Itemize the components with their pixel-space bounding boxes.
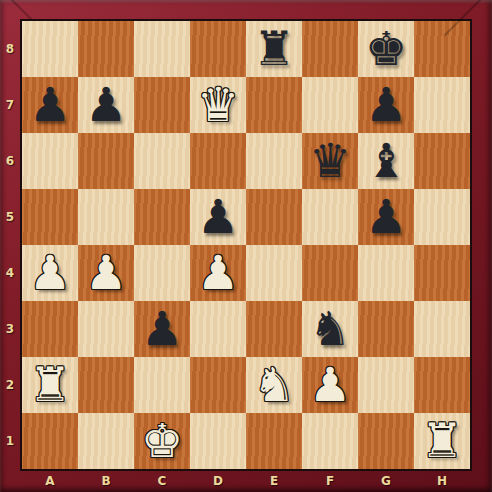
square-b5[interactable]: [78, 189, 134, 245]
piece-black-rook[interactable]: ♜: [253, 25, 295, 72]
square-d6[interactable]: [190, 133, 246, 189]
square-a3[interactable]: [22, 301, 78, 357]
rank-label-5: 5: [0, 189, 20, 245]
piece-white-king[interactable]: ♚: [141, 417, 183, 464]
piece-white-queen[interactable]: ♛: [197, 81, 239, 128]
file-label-g: G: [358, 470, 414, 492]
square-h3[interactable]: [414, 301, 470, 357]
piece-white-pawn[interactable]: ♟: [197, 249, 239, 296]
file-label-a: A: [22, 470, 78, 492]
square-c7[interactable]: [134, 77, 190, 133]
file-label-c: C: [134, 470, 190, 492]
file-label-e: E: [246, 470, 302, 492]
square-g7[interactable]: ♟: [358, 77, 414, 133]
square-e6[interactable]: [246, 133, 302, 189]
square-h8[interactable]: [414, 21, 470, 77]
file-label-d: D: [190, 470, 246, 492]
piece-black-pawn[interactable]: ♟: [365, 81, 407, 128]
piece-black-pawn[interactable]: ♟: [197, 193, 239, 240]
square-d5[interactable]: ♟: [190, 189, 246, 245]
chess-board: ♜♚♟♟♛♟♛♝♟♟♟♟♟♟♞♜♞♟♚♜: [20, 19, 472, 471]
square-f3[interactable]: ♞: [302, 301, 358, 357]
square-f2[interactable]: ♟: [302, 357, 358, 413]
square-c6[interactable]: [134, 133, 190, 189]
square-f1[interactable]: [302, 413, 358, 469]
square-d7[interactable]: ♛: [190, 77, 246, 133]
square-g1[interactable]: [358, 413, 414, 469]
square-b6[interactable]: [78, 133, 134, 189]
piece-black-pawn[interactable]: ♟: [141, 305, 183, 352]
square-e5[interactable]: [246, 189, 302, 245]
square-h5[interactable]: [414, 189, 470, 245]
square-a1[interactable]: [22, 413, 78, 469]
piece-white-knight[interactable]: ♞: [253, 361, 295, 408]
square-e2[interactable]: ♞: [246, 357, 302, 413]
piece-black-pawn[interactable]: ♟: [29, 81, 71, 128]
square-f8[interactable]: [302, 21, 358, 77]
rank-label-6: 6: [0, 133, 20, 189]
square-c1[interactable]: ♚: [134, 413, 190, 469]
square-e4[interactable]: [246, 245, 302, 301]
square-c3[interactable]: ♟: [134, 301, 190, 357]
rank-labels: 87654321: [0, 21, 20, 469]
square-h7[interactable]: [414, 77, 470, 133]
square-a4[interactable]: ♟: [22, 245, 78, 301]
piece-black-knight[interactable]: ♞: [309, 305, 351, 352]
piece-white-rook[interactable]: ♜: [29, 361, 71, 408]
rank-label-8: 8: [0, 21, 20, 77]
square-a5[interactable]: [22, 189, 78, 245]
square-f7[interactable]: [302, 77, 358, 133]
file-label-b: B: [78, 470, 134, 492]
square-d4[interactable]: ♟: [190, 245, 246, 301]
square-h6[interactable]: [414, 133, 470, 189]
file-label-h: H: [414, 470, 470, 492]
square-h2[interactable]: [414, 357, 470, 413]
rank-label-1: 1: [0, 413, 20, 469]
square-e3[interactable]: [246, 301, 302, 357]
piece-black-queen[interactable]: ♛: [309, 137, 351, 184]
square-f6[interactable]: ♛: [302, 133, 358, 189]
piece-black-pawn[interactable]: ♟: [85, 81, 127, 128]
square-a2[interactable]: ♜: [22, 357, 78, 413]
square-c4[interactable]: [134, 245, 190, 301]
square-g8[interactable]: ♚: [358, 21, 414, 77]
square-e1[interactable]: [246, 413, 302, 469]
square-e8[interactable]: ♜: [246, 21, 302, 77]
square-a7[interactable]: ♟: [22, 77, 78, 133]
square-f4[interactable]: [302, 245, 358, 301]
square-g4[interactable]: [358, 245, 414, 301]
square-g5[interactable]: ♟: [358, 189, 414, 245]
square-d3[interactable]: [190, 301, 246, 357]
square-b1[interactable]: [78, 413, 134, 469]
rank-label-7: 7: [0, 77, 20, 133]
file-label-f: F: [302, 470, 358, 492]
square-g2[interactable]: [358, 357, 414, 413]
piece-black-pawn[interactable]: ♟: [365, 193, 407, 240]
piece-white-pawn[interactable]: ♟: [85, 249, 127, 296]
square-a8[interactable]: [22, 21, 78, 77]
square-a6[interactable]: [22, 133, 78, 189]
rank-label-4: 4: [0, 245, 20, 301]
square-d8[interactable]: [190, 21, 246, 77]
square-e7[interactable]: [246, 77, 302, 133]
piece-white-rook[interactable]: ♜: [421, 417, 463, 464]
piece-white-pawn[interactable]: ♟: [309, 361, 351, 408]
piece-black-bishop[interactable]: ♝: [365, 137, 407, 184]
square-f5[interactable]: [302, 189, 358, 245]
piece-black-king[interactable]: ♚: [365, 25, 407, 72]
square-b3[interactable]: [78, 301, 134, 357]
square-b8[interactable]: [78, 21, 134, 77]
rank-label-2: 2: [0, 357, 20, 413]
rank-label-3: 3: [0, 301, 20, 357]
square-h1[interactable]: ♜: [414, 413, 470, 469]
chess-board-frame: 87654321 ♜♚♟♟♛♟♛♝♟♟♟♟♟♟♞♜♞♟♚♜ ABCDEFGH: [0, 0, 492, 492]
square-c5[interactable]: [134, 189, 190, 245]
square-b2[interactable]: [78, 357, 134, 413]
piece-white-pawn[interactable]: ♟: [29, 249, 71, 296]
square-d1[interactable]: [190, 413, 246, 469]
square-d2[interactable]: [190, 357, 246, 413]
square-g6[interactable]: ♝: [358, 133, 414, 189]
square-b7[interactable]: ♟: [78, 77, 134, 133]
file-labels: ABCDEFGH: [22, 470, 470, 492]
square-h4[interactable]: [414, 245, 470, 301]
square-c2[interactable]: [134, 357, 190, 413]
square-b4[interactable]: ♟: [78, 245, 134, 301]
square-c8[interactable]: [134, 21, 190, 77]
square-g3[interactable]: [358, 301, 414, 357]
